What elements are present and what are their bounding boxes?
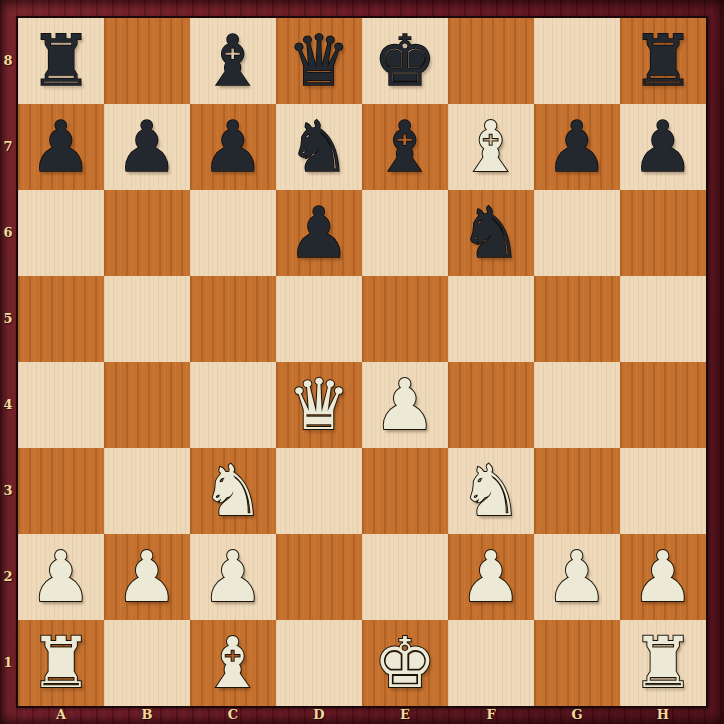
square-f3[interactable]: ♞: [448, 448, 534, 534]
square-a1[interactable]: ♜: [18, 620, 104, 706]
file-label-d: D: [276, 706, 362, 724]
file-label-b: B: [104, 706, 190, 724]
square-h3[interactable]: [620, 448, 706, 534]
piece-black-queen-d8: ♛: [288, 26, 351, 96]
square-c7[interactable]: ♟: [190, 104, 276, 190]
piece-white-pawn-g2: ♟: [546, 542, 609, 612]
piece-black-knight-f6: ♞: [460, 198, 523, 268]
piece-black-pawn-c7: ♟: [202, 112, 265, 182]
piece-black-pawn-d6: ♟: [288, 198, 351, 268]
piece-white-rook-a1: ♜: [30, 628, 93, 698]
rank-label-1: 1: [0, 620, 16, 706]
rank-label-6: 6: [0, 190, 16, 276]
square-h2[interactable]: ♟: [620, 534, 706, 620]
square-c8[interactable]: ♝: [190, 18, 276, 104]
rank-label-7: 7: [0, 104, 16, 190]
square-d8[interactable]: ♛: [276, 18, 362, 104]
square-g5[interactable]: [534, 276, 620, 362]
file-label-f: F: [448, 706, 534, 724]
square-b5[interactable]: [104, 276, 190, 362]
piece-white-pawn-a2: ♟: [30, 542, 93, 612]
file-label-g: G: [534, 706, 620, 724]
piece-black-pawn-h7: ♟: [632, 112, 695, 182]
square-f5[interactable]: [448, 276, 534, 362]
square-b6[interactable]: [104, 190, 190, 276]
square-f7[interactable]: ♝: [448, 104, 534, 190]
square-b2[interactable]: ♟: [104, 534, 190, 620]
piece-white-king-e1: ♚: [374, 628, 437, 698]
square-b8[interactable]: [104, 18, 190, 104]
square-a2[interactable]: ♟: [18, 534, 104, 620]
square-d5[interactable]: [276, 276, 362, 362]
square-c5[interactable]: [190, 276, 276, 362]
square-a7[interactable]: ♟: [18, 104, 104, 190]
board-frame: ♜♝♛♚♜♟♟♟♞♝♝♟♟♟♞♛♟♞♞♟♟♟♟♟♟♜♝♚♜ 87654321 A…: [0, 0, 724, 724]
square-e6[interactable]: [362, 190, 448, 276]
square-e4[interactable]: ♟: [362, 362, 448, 448]
piece-white-pawn-b2: ♟: [116, 542, 179, 612]
piece-white-bishop-f7: ♝: [460, 112, 523, 182]
rank-label-2: 2: [0, 534, 16, 620]
square-b7[interactable]: ♟: [104, 104, 190, 190]
square-d4[interactable]: ♛: [276, 362, 362, 448]
rank-label-5: 5: [0, 276, 16, 362]
square-g3[interactable]: [534, 448, 620, 534]
rank-label-8: 8: [0, 18, 16, 104]
square-a4[interactable]: [18, 362, 104, 448]
square-h5[interactable]: [620, 276, 706, 362]
square-h1[interactable]: ♜: [620, 620, 706, 706]
piece-black-pawn-g7: ♟: [546, 112, 609, 182]
square-h4[interactable]: [620, 362, 706, 448]
square-f2[interactable]: ♟: [448, 534, 534, 620]
square-c3[interactable]: ♞: [190, 448, 276, 534]
square-f4[interactable]: [448, 362, 534, 448]
square-b1[interactable]: [104, 620, 190, 706]
file-label-c: C: [190, 706, 276, 724]
piece-white-pawn-f2: ♟: [460, 542, 523, 612]
piece-white-pawn-c2: ♟: [202, 542, 265, 612]
piece-black-rook-a8: ♜: [30, 26, 93, 96]
piece-black-king-e8: ♚: [374, 26, 437, 96]
piece-white-pawn-e4: ♟: [374, 370, 437, 440]
square-a6[interactable]: [18, 190, 104, 276]
piece-black-pawn-a7: ♟: [30, 112, 93, 182]
square-h6[interactable]: [620, 190, 706, 276]
piece-black-bishop-c8: ♝: [202, 26, 265, 96]
square-g2[interactable]: ♟: [534, 534, 620, 620]
piece-black-pawn-b7: ♟: [116, 112, 179, 182]
square-d2[interactable]: [276, 534, 362, 620]
square-e7[interactable]: ♝: [362, 104, 448, 190]
square-f8[interactable]: [448, 18, 534, 104]
square-e3[interactable]: [362, 448, 448, 534]
square-b4[interactable]: [104, 362, 190, 448]
square-d7[interactable]: ♞: [276, 104, 362, 190]
square-f1[interactable]: [448, 620, 534, 706]
chess-board: ♜♝♛♚♜♟♟♟♞♝♝♟♟♟♞♛♟♞♞♟♟♟♟♟♟♜♝♚♜: [16, 16, 708, 708]
square-b3[interactable]: [104, 448, 190, 534]
square-h7[interactable]: ♟: [620, 104, 706, 190]
piece-white-queen-d4: ♛: [288, 370, 351, 440]
square-c6[interactable]: [190, 190, 276, 276]
file-label-e: E: [362, 706, 448, 724]
square-c2[interactable]: ♟: [190, 534, 276, 620]
piece-white-knight-f3: ♞: [460, 456, 523, 526]
square-h8[interactable]: ♜: [620, 18, 706, 104]
square-d6[interactable]: ♟: [276, 190, 362, 276]
square-a8[interactable]: ♜: [18, 18, 104, 104]
square-g1[interactable]: [534, 620, 620, 706]
piece-white-pawn-h2: ♟: [632, 542, 695, 612]
square-c4[interactable]: [190, 362, 276, 448]
square-d1[interactable]: [276, 620, 362, 706]
piece-white-knight-c3: ♞: [202, 456, 265, 526]
square-a3[interactable]: [18, 448, 104, 534]
file-label-a: A: [18, 706, 104, 724]
square-f6[interactable]: ♞: [448, 190, 534, 276]
square-g8[interactable]: [534, 18, 620, 104]
piece-black-bishop-e7: ♝: [374, 112, 437, 182]
square-g7[interactable]: ♟: [534, 104, 620, 190]
rank-label-4: 4: [0, 362, 16, 448]
piece-white-rook-h1: ♜: [632, 628, 695, 698]
piece-black-rook-h8: ♜: [632, 26, 695, 96]
piece-black-knight-d7: ♞: [288, 112, 351, 182]
square-g6[interactable]: [534, 190, 620, 276]
square-c1[interactable]: ♝: [190, 620, 276, 706]
square-e1[interactable]: ♚: [362, 620, 448, 706]
square-e2[interactable]: [362, 534, 448, 620]
file-label-h: H: [620, 706, 706, 724]
square-e8[interactable]: ♚: [362, 18, 448, 104]
square-d3[interactable]: [276, 448, 362, 534]
square-e5[interactable]: [362, 276, 448, 362]
piece-white-bishop-c1: ♝: [202, 628, 265, 698]
square-a5[interactable]: [18, 276, 104, 362]
square-g4[interactable]: [534, 362, 620, 448]
rank-label-3: 3: [0, 448, 16, 534]
